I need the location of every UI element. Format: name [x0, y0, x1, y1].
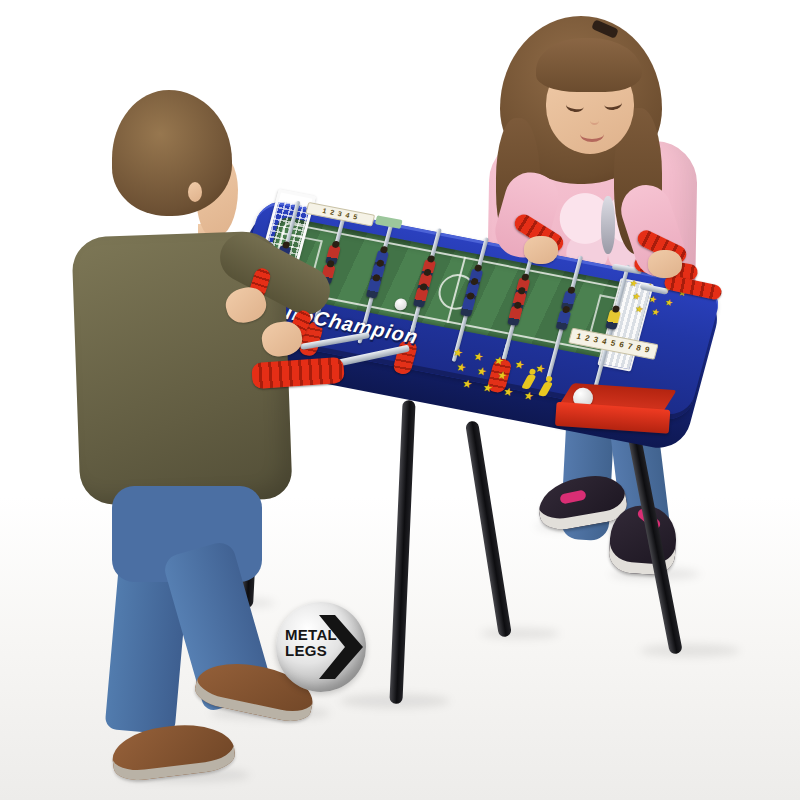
table-leg-front-left [389, 400, 415, 704]
girl-hand [524, 236, 558, 264]
boy-ear [188, 182, 202, 202]
boy-hair [112, 90, 232, 216]
player-figure-blue [460, 296, 476, 316]
ball-tray [554, 382, 675, 444]
player-figure-red [413, 287, 429, 307]
floor-shadow [480, 628, 560, 639]
girl-nose [590, 116, 599, 125]
arrow-right-icon [319, 615, 363, 679]
player-figure-yellow [605, 309, 621, 329]
girl-smile [580, 126, 604, 142]
floor-shadow [640, 644, 740, 657]
table-leg-rear-right [465, 420, 512, 637]
metal-legs-badge: METAL LEGS [276, 602, 366, 692]
player-figure-red [507, 305, 523, 325]
product-photo-stage: EuroChampion 1 2 3 4 5 6 7 8 9 1 2 3 4 5… [0, 0, 800, 800]
player-figure-blue [556, 310, 572, 330]
girl-hand [648, 250, 682, 278]
player-figure-blue [366, 278, 382, 298]
